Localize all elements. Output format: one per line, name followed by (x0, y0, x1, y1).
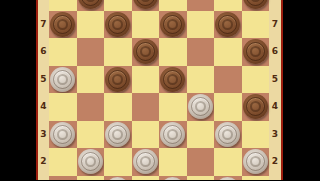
square-d1 (132, 176, 160, 181)
square-h7 (242, 11, 270, 39)
square-g2 (214, 148, 242, 176)
square-d3 (132, 121, 160, 149)
square-d2[interactable] (132, 148, 160, 176)
white-man-d2[interactable] (133, 149, 158, 174)
square-a7[interactable] (49, 11, 77, 39)
square-b2[interactable] (77, 148, 105, 176)
square-d5 (132, 66, 160, 94)
square-c1[interactable] (104, 176, 132, 181)
square-d6[interactable] (132, 38, 160, 66)
square-f4[interactable] (187, 93, 215, 121)
square-h6[interactable] (242, 38, 270, 66)
square-h1 (242, 176, 270, 181)
rank-label-right-3: 3 (269, 121, 281, 149)
dark-man-e7[interactable] (160, 12, 185, 37)
square-g5[interactable] (214, 66, 242, 94)
square-f6[interactable] (187, 38, 215, 66)
rank-label-right-5: 5 (269, 66, 281, 94)
square-c3[interactable] (104, 121, 132, 149)
square-f1 (187, 176, 215, 181)
white-man-g1[interactable] (215, 177, 240, 180)
square-e6 (159, 38, 187, 66)
dark-man-a7[interactable] (50, 12, 75, 37)
square-c2 (104, 148, 132, 176)
square-e8 (159, 0, 187, 11)
checkers-game-screen: 776655443322 (0, 0, 320, 180)
dark-man-h4[interactable] (243, 94, 268, 119)
square-h3 (242, 121, 270, 149)
rank-label-left-4: 4 (38, 93, 49, 121)
dark-man-e5[interactable] (160, 67, 185, 92)
square-b6[interactable] (77, 38, 105, 66)
square-f7 (187, 11, 215, 39)
white-man-c3[interactable] (105, 122, 130, 147)
square-a1[interactable] (49, 176, 77, 181)
square-f3 (187, 121, 215, 149)
square-b8[interactable] (77, 0, 105, 11)
square-g1[interactable] (214, 176, 242, 181)
dark-man-b8[interactable] (78, 0, 103, 9)
white-man-g3[interactable] (215, 122, 240, 147)
square-c6 (104, 38, 132, 66)
square-h8[interactable] (242, 0, 270, 11)
square-h2[interactable] (242, 148, 270, 176)
square-c4 (104, 93, 132, 121)
dark-man-d8[interactable] (133, 0, 158, 9)
rank-label-left-6: 6 (38, 38, 49, 66)
square-g6 (214, 38, 242, 66)
square-e2 (159, 148, 187, 176)
white-man-b2[interactable] (78, 149, 103, 174)
rank-label-left-3: 3 (38, 121, 49, 149)
white-man-a3[interactable] (50, 122, 75, 147)
square-b4[interactable] (77, 93, 105, 121)
dark-man-h6[interactable] (243, 39, 268, 64)
square-b5 (77, 66, 105, 94)
square-e7[interactable] (159, 11, 187, 39)
square-e1[interactable] (159, 176, 187, 181)
dark-man-d6[interactable] (133, 39, 158, 64)
square-b7 (77, 11, 105, 39)
rank-label-right-4: 4 (269, 93, 281, 121)
dark-man-c7[interactable] (105, 12, 130, 37)
dark-man-h8[interactable] (243, 0, 268, 9)
square-b1 (77, 176, 105, 181)
square-h5 (242, 66, 270, 94)
rank-label-right-7: 7 (269, 11, 281, 39)
rank-label-left-7: 7 (38, 11, 49, 39)
square-c8 (104, 0, 132, 11)
square-d8[interactable] (132, 0, 160, 11)
square-e3[interactable] (159, 121, 187, 149)
white-man-e1[interactable] (160, 177, 185, 180)
checkers-board (49, 0, 269, 180)
white-man-c1[interactable] (105, 177, 130, 180)
square-a5[interactable] (49, 66, 77, 94)
square-a8 (49, 0, 77, 11)
square-f5 (187, 66, 215, 94)
square-a2 (49, 148, 77, 176)
white-man-a5[interactable] (50, 67, 75, 92)
square-g3[interactable] (214, 121, 242, 149)
white-man-f4[interactable] (188, 94, 213, 119)
white-man-e3[interactable] (160, 122, 185, 147)
square-a4 (49, 93, 77, 121)
rank-label-left-2: 2 (38, 148, 49, 176)
square-a6 (49, 38, 77, 66)
dark-man-c5[interactable] (105, 67, 130, 92)
square-e5[interactable] (159, 66, 187, 94)
square-c7[interactable] (104, 11, 132, 39)
board-frame-line-right (281, 0, 283, 180)
square-d7 (132, 11, 160, 39)
square-b3 (77, 121, 105, 149)
rank-label-right-2: 2 (269, 148, 281, 176)
square-c5[interactable] (104, 66, 132, 94)
square-d4[interactable] (132, 93, 160, 121)
rank-label-right-6: 6 (269, 38, 281, 66)
rank-label-left-5: 5 (38, 66, 49, 94)
square-g4 (214, 93, 242, 121)
square-h4[interactable] (242, 93, 270, 121)
white-man-h2[interactable] (243, 149, 268, 174)
square-e4 (159, 93, 187, 121)
square-g7[interactable] (214, 11, 242, 39)
dark-man-g7[interactable] (215, 12, 240, 37)
square-f8[interactable] (187, 0, 215, 11)
square-a3[interactable] (49, 121, 77, 149)
square-f2[interactable] (187, 148, 215, 176)
square-g8 (214, 0, 242, 11)
